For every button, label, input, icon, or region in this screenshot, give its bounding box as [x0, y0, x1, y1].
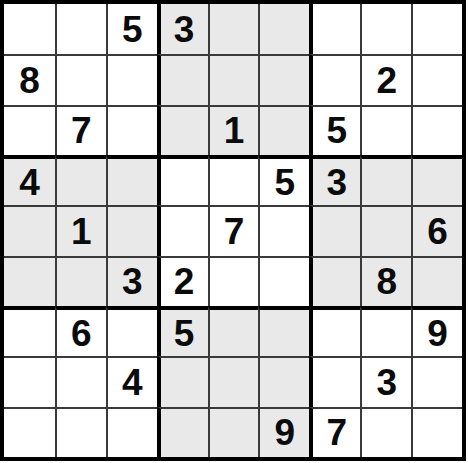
sudoku-empty-cell-r5c3[interactable] [106, 205, 157, 255]
sudoku-empty-cell-r1c5[interactable] [208, 4, 259, 54]
sudoku-empty-cell-r7c3[interactable] [106, 306, 157, 356]
sudoku-empty-cell-r5c4[interactable] [157, 205, 208, 255]
sudoku-empty-cell-r9c9[interactable] [411, 407, 462, 457]
sudoku-given-cell-r3c7: 5 [309, 105, 360, 155]
sudoku-empty-cell-r5c1[interactable] [4, 205, 55, 255]
sudoku-empty-cell-r6c5[interactable] [208, 256, 259, 306]
sudoku-board: 53827154531763286594397 [0, 0, 466, 461]
sudoku-empty-cell-r2c5[interactable] [208, 54, 259, 104]
sudoku-empty-cell-r6c6[interactable] [258, 256, 309, 306]
sudoku-empty-cell-r8c6[interactable] [258, 356, 309, 406]
sudoku-empty-cell-r1c8[interactable] [360, 4, 411, 54]
sudoku-empty-cell-r8c9[interactable] [411, 356, 462, 406]
sudoku-empty-cell-r7c1[interactable] [4, 306, 55, 356]
sudoku-empty-cell-r5c6[interactable] [258, 205, 309, 255]
sudoku-given-cell-r8c8: 3 [360, 356, 411, 406]
sudoku-empty-cell-r4c4[interactable] [157, 155, 208, 205]
sudoku-given-cell-r5c2: 1 [55, 205, 106, 255]
sudoku-given-cell-r4c1: 4 [4, 155, 55, 205]
sudoku-empty-cell-r2c6[interactable] [258, 54, 309, 104]
sudoku-empty-cell-r7c8[interactable] [360, 306, 411, 356]
sudoku-given-cell-r6c3: 3 [106, 256, 157, 306]
sudoku-empty-cell-r5c8[interactable] [360, 205, 411, 255]
sudoku-empty-cell-r3c3[interactable] [106, 105, 157, 155]
sudoku-empty-cell-r1c1[interactable] [4, 4, 55, 54]
sudoku-given-cell-r6c4: 2 [157, 256, 208, 306]
sudoku-empty-cell-r9c1[interactable] [4, 407, 55, 457]
sudoku-given-cell-r2c1: 8 [4, 54, 55, 104]
sudoku-empty-cell-r9c2[interactable] [55, 407, 106, 457]
sudoku-empty-cell-r7c5[interactable] [208, 306, 259, 356]
sudoku-empty-cell-r2c4[interactable] [157, 54, 208, 104]
sudoku-empty-cell-r2c9[interactable] [411, 54, 462, 104]
sudoku-empty-cell-r6c7[interactable] [309, 256, 360, 306]
sudoku-given-cell-r9c6: 9 [258, 407, 309, 457]
sudoku-given-cell-r6c8: 8 [360, 256, 411, 306]
sudoku-empty-cell-r8c2[interactable] [55, 356, 106, 406]
sudoku-given-cell-r2c8: 2 [360, 54, 411, 104]
sudoku-given-cell-r7c4: 5 [157, 306, 208, 356]
sudoku-given-cell-r3c5: 1 [208, 105, 259, 155]
sudoku-empty-cell-r1c2[interactable] [55, 4, 106, 54]
sudoku-given-cell-r4c7: 3 [309, 155, 360, 205]
sudoku-empty-cell-r9c3[interactable] [106, 407, 157, 457]
sudoku-given-cell-r5c9: 6 [411, 205, 462, 255]
sudoku-empty-cell-r1c9[interactable] [411, 4, 462, 54]
sudoku-given-cell-r7c9: 9 [411, 306, 462, 356]
sudoku-empty-cell-r4c5[interactable] [208, 155, 259, 205]
sudoku-empty-cell-r4c8[interactable] [360, 155, 411, 205]
sudoku-empty-cell-r2c2[interactable] [55, 54, 106, 104]
sudoku-empty-cell-r6c2[interactable] [55, 256, 106, 306]
sudoku-empty-cell-r3c4[interactable] [157, 105, 208, 155]
sudoku-empty-cell-r1c6[interactable] [258, 4, 309, 54]
sudoku-empty-cell-r9c5[interactable] [208, 407, 259, 457]
sudoku-given-cell-r9c7: 7 [309, 407, 360, 457]
sudoku-empty-cell-r3c9[interactable] [411, 105, 462, 155]
sudoku-given-cell-r4c6: 5 [258, 155, 309, 205]
sudoku-empty-cell-r4c2[interactable] [55, 155, 106, 205]
sudoku-given-cell-r1c4: 3 [157, 4, 208, 54]
sudoku-empty-cell-r1c7[interactable] [309, 4, 360, 54]
sudoku-given-cell-r1c3: 5 [106, 4, 157, 54]
sudoku-empty-cell-r2c3[interactable] [106, 54, 157, 104]
sudoku-empty-cell-r7c6[interactable] [258, 306, 309, 356]
sudoku-empty-cell-r6c9[interactable] [411, 256, 462, 306]
sudoku-empty-cell-r8c1[interactable] [4, 356, 55, 406]
sudoku-empty-cell-r5c7[interactable] [309, 205, 360, 255]
sudoku-empty-cell-r6c1[interactable] [4, 256, 55, 306]
sudoku-empty-cell-r9c8[interactable] [360, 407, 411, 457]
sudoku-empty-cell-r4c3[interactable] [106, 155, 157, 205]
sudoku-puzzle: 53827154531763286594397 [0, 0, 468, 463]
sudoku-empty-cell-r9c4[interactable] [157, 407, 208, 457]
sudoku-empty-cell-r2c7[interactable] [309, 54, 360, 104]
sudoku-empty-cell-r4c9[interactable] [411, 155, 462, 205]
sudoku-given-cell-r8c3: 4 [106, 356, 157, 406]
sudoku-empty-cell-r8c4[interactable] [157, 356, 208, 406]
sudoku-empty-cell-r7c7[interactable] [309, 306, 360, 356]
sudoku-empty-cell-r3c8[interactable] [360, 105, 411, 155]
sudoku-empty-cell-r3c1[interactable] [4, 105, 55, 155]
sudoku-empty-cell-r8c7[interactable] [309, 356, 360, 406]
sudoku-empty-cell-r3c6[interactable] [258, 105, 309, 155]
sudoku-given-cell-r3c2: 7 [55, 105, 106, 155]
sudoku-empty-cell-r8c5[interactable] [208, 356, 259, 406]
sudoku-given-cell-r7c2: 6 [55, 306, 106, 356]
sudoku-given-cell-r5c5: 7 [208, 205, 259, 255]
